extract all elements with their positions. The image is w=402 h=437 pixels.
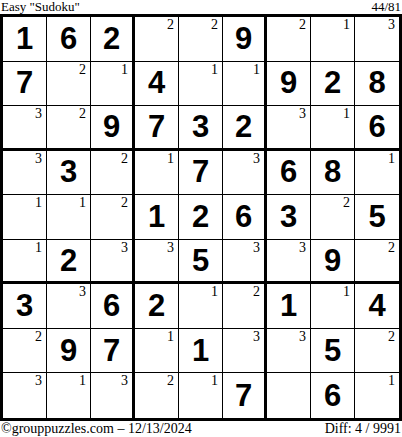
- cell-r7c1[interactable]: 3: [3, 284, 47, 329]
- cell-r4c1[interactable]: 3: [3, 151, 47, 196]
- pencil-mark: 1: [121, 62, 128, 78]
- pencil-mark: 2: [121, 151, 128, 167]
- cell-r7c6[interactable]: 2: [223, 284, 267, 329]
- pencil-mark: 1: [79, 373, 86, 389]
- given-digit: 9: [91, 106, 132, 148]
- pencil-mark: 2: [299, 17, 306, 33]
- given-digit: 7: [91, 329, 132, 373]
- cell-r3c9[interactable]: 6: [355, 106, 399, 151]
- cell-r6c4[interactable]: 3: [135, 240, 179, 285]
- pencil-mark: 3: [253, 329, 260, 345]
- cell-r5c3[interactable]: 2: [91, 195, 135, 240]
- given-digit: 2: [223, 106, 264, 148]
- cell-r8c9[interactable]: 2: [355, 329, 399, 374]
- cell-r6c1[interactable]: 1: [3, 240, 47, 285]
- given-digit: 5: [179, 240, 222, 282]
- pencil-mark: 3: [35, 106, 42, 122]
- cell-r3c6[interactable]: 2: [223, 106, 267, 151]
- cell-r2c8[interactable]: 2: [311, 62, 355, 107]
- pencil-mark: 3: [35, 373, 42, 389]
- pencil-mark: 3: [299, 329, 306, 345]
- pencil-mark: 3: [253, 151, 260, 167]
- cell-r3c4[interactable]: 7: [135, 106, 179, 151]
- given-digit: 9: [311, 240, 354, 282]
- given-digit: 3: [267, 195, 310, 239]
- given-digit: 8: [355, 62, 399, 106]
- cell-r5c5[interactable]: 2: [179, 195, 223, 240]
- pencil-mark: 1: [167, 329, 174, 345]
- given-digit: 9: [267, 62, 310, 106]
- cell-r8c7[interactable]: 3: [267, 329, 311, 374]
- given-digit: 2: [91, 17, 132, 61]
- given-digit: 5: [355, 195, 399, 239]
- pencil-mark: 2: [388, 240, 395, 256]
- pencil-mark: 1: [35, 195, 42, 211]
- pencil-mark: 2: [121, 195, 128, 211]
- cell-r1c8[interactable]: 1: [311, 17, 355, 62]
- cell-r7c9[interactable]: 4: [355, 284, 399, 329]
- cell-r5c8[interactable]: 2: [311, 195, 355, 240]
- cell-r8c5[interactable]: 1: [179, 329, 223, 374]
- pencil-mark: 3: [299, 106, 306, 122]
- cell-r3c8[interactable]: 1: [311, 106, 355, 151]
- cell-r5c7[interactable]: 3: [267, 195, 311, 240]
- given-digit: 3: [3, 284, 46, 328]
- given-digit: 4: [355, 284, 399, 328]
- given-digit: 6: [311, 373, 354, 418]
- cell-r1c4[interactable]: 2: [135, 17, 179, 62]
- cell-r8c6[interactable]: 3: [223, 329, 267, 374]
- cell-r9c8[interactable]: 6: [311, 373, 355, 418]
- cell-r2c7[interactable]: 9: [267, 62, 311, 107]
- cell-r9c1[interactable]: 3: [3, 373, 47, 418]
- pencil-mark: 3: [167, 240, 174, 256]
- cell-r2c4[interactable]: 4: [135, 62, 179, 107]
- cell-r1c5[interactable]: 2: [179, 17, 223, 62]
- pencil-mark: 1: [343, 284, 350, 300]
- cell-r5c9[interactable]: 5: [355, 195, 399, 240]
- pencil-mark: 1: [388, 373, 395, 389]
- cell-r2c2[interactable]: 2: [47, 62, 91, 107]
- pencil-mark: 1: [211, 284, 218, 300]
- given-digit: 3: [47, 151, 90, 195]
- pencil-mark: 3: [121, 373, 128, 389]
- cell-r2c5[interactable]: 1: [179, 62, 223, 107]
- given-digit: 1: [135, 195, 178, 239]
- cell-r9c3[interactable]: 3: [91, 373, 135, 418]
- cell-r2c9[interactable]: 8: [355, 62, 399, 107]
- given-digit: 6: [91, 284, 132, 328]
- cell-r7c7[interactable]: 1: [267, 284, 311, 329]
- cell-r4c8[interactable]: 8: [311, 151, 355, 196]
- cell-r3c3[interactable]: 9: [91, 106, 135, 151]
- cell-r4c9[interactable]: 1: [355, 151, 399, 196]
- given-digit: 7: [135, 106, 178, 148]
- cell-r1c9[interactable]: 3: [355, 17, 399, 62]
- pencil-mark: 2: [79, 106, 86, 122]
- sudoku-grid: 1622292137214119283297323163321736811121…: [0, 14, 402, 421]
- given-digit: 6: [223, 195, 264, 239]
- puzzle-footer: ©grouppuzzles.com – 12/13/2024 Diff: 4 /…: [0, 421, 402, 437]
- given-digit: 2: [311, 62, 354, 106]
- pencil-mark: 1: [211, 373, 218, 389]
- cell-r8c3[interactable]: 7: [91, 329, 135, 374]
- cell-r4c7[interactable]: 6: [267, 151, 311, 196]
- pencil-mark: 3: [121, 240, 128, 256]
- pencil-mark: 1: [167, 151, 174, 167]
- pencil-mark: 1: [253, 62, 260, 78]
- cell-r9c9[interactable]: 1: [355, 373, 399, 418]
- pencil-mark: 2: [167, 373, 174, 389]
- cell-r2c3[interactable]: 1: [91, 62, 135, 107]
- given-digit: 8: [311, 151, 354, 195]
- cell-r3c7[interactable]: 3: [267, 106, 311, 151]
- cell-r9c2[interactable]: 1: [47, 373, 91, 418]
- cell-r4c5[interactable]: 7: [179, 151, 223, 196]
- cell-r3c2[interactable]: 2: [47, 106, 91, 151]
- cell-r8c1[interactable]: 2: [3, 329, 47, 374]
- cell-r5c6[interactable]: 6: [223, 195, 267, 240]
- given-digit: 2: [47, 240, 90, 282]
- cell-r1c3[interactable]: 2: [91, 17, 135, 62]
- pencil-mark: 3: [79, 284, 86, 300]
- cell-r2c6[interactable]: 1: [223, 62, 267, 107]
- pencil-mark: 2: [253, 284, 260, 300]
- cell-r5c1[interactable]: 1: [3, 195, 47, 240]
- cell-r1c7[interactable]: 2: [267, 17, 311, 62]
- cell-r7c5[interactable]: 1: [179, 284, 223, 329]
- copyright-date: ©grouppuzzles.com – 12/13/2024: [1, 421, 192, 437]
- cell-r2c1[interactable]: 7: [3, 62, 47, 107]
- cell-r9c6[interactable]: 7: [223, 373, 267, 418]
- cell-r9c4[interactable]: 2: [135, 373, 179, 418]
- cell-r6c3[interactable]: 3: [91, 240, 135, 285]
- pencil-mark: 2: [388, 329, 395, 345]
- cell-r6c2[interactable]: 2: [47, 240, 91, 285]
- pencil-mark: 2: [35, 329, 42, 345]
- cell-r7c3[interactable]: 6: [91, 284, 135, 329]
- given-digit: 9: [223, 17, 264, 61]
- cell-r6c7[interactable]: 3: [267, 240, 311, 285]
- cell-r4c6[interactable]: 3: [223, 151, 267, 196]
- pencil-mark: 2: [211, 17, 218, 33]
- cell-r8c2[interactable]: 9: [47, 329, 91, 374]
- given-digit: 4: [135, 62, 178, 106]
- pencil-mark: 3: [299, 240, 306, 256]
- cell-r5c2[interactable]: 1: [47, 195, 91, 240]
- pencil-mark: 1: [343, 106, 350, 122]
- pencil-mark: 1: [79, 195, 86, 211]
- pencil-mark: 2: [343, 195, 350, 211]
- cell-r4c2[interactable]: 3: [47, 151, 91, 196]
- cell-r8c8[interactable]: 5: [311, 329, 355, 374]
- cell-r9c7[interactable]: [267, 373, 311, 418]
- given-digit: 2: [179, 195, 222, 239]
- cell-r7c8[interactable]: 1: [311, 284, 355, 329]
- cell-r1c1[interactable]: 1: [3, 17, 47, 62]
- cell-r6c8[interactable]: 9: [311, 240, 355, 285]
- given-digit: 1: [179, 329, 222, 373]
- given-digit: 9: [47, 329, 90, 373]
- given-digit: 6: [267, 151, 310, 195]
- pencil-mark: 2: [79, 62, 86, 78]
- cell-r5c4[interactable]: 1: [135, 195, 179, 240]
- pencil-mark: 1: [35, 240, 42, 256]
- difficulty-label: Diff: 4 / 9991: [325, 421, 401, 437]
- given-digit: 2: [135, 284, 178, 328]
- given-digit: 7: [179, 151, 222, 195]
- pencil-mark: 3: [388, 17, 395, 33]
- pencil-mark: 1: [388, 151, 395, 167]
- given-digit: 5: [311, 329, 354, 373]
- cell-r4c3[interactable]: 2: [91, 151, 135, 196]
- pencil-mark: 2: [167, 17, 174, 33]
- cell-r1c6[interactable]: 9: [223, 17, 267, 62]
- cell-r3c1[interactable]: 3: [3, 106, 47, 151]
- cell-r3c5[interactable]: 3: [179, 106, 223, 151]
- cell-r6c5[interactable]: 5: [179, 240, 223, 285]
- progress-counter: 44/81: [371, 0, 401, 14]
- given-digit: 7: [3, 62, 46, 106]
- cell-r1c2[interactable]: 6: [47, 17, 91, 62]
- given-digit: 3: [179, 106, 222, 148]
- cell-r7c4[interactable]: 2: [135, 284, 179, 329]
- given-digit: 1: [3, 17, 46, 61]
- pencil-mark: 3: [35, 151, 42, 167]
- pencil-mark: 1: [211, 62, 218, 78]
- pencil-mark: 3: [253, 240, 260, 256]
- puzzle-title: Easy "Sudoku": [1, 0, 80, 14]
- given-digit: 6: [47, 17, 90, 61]
- cell-r4c4[interactable]: 1: [135, 151, 179, 196]
- given-digit: 6: [355, 106, 399, 148]
- cell-r9c5[interactable]: 1: [179, 373, 223, 418]
- cell-r8c4[interactable]: 1: [135, 329, 179, 374]
- pencil-mark: 1: [343, 17, 350, 33]
- cell-r7c2[interactable]: 3: [47, 284, 91, 329]
- cell-r6c9[interactable]: 2: [355, 240, 399, 285]
- given-digit: 7: [223, 373, 264, 418]
- cell-r6c6[interactable]: 3: [223, 240, 267, 285]
- puzzle-header: Easy "Sudoku" 44/81: [0, 0, 402, 14]
- given-digit: 1: [267, 284, 310, 328]
